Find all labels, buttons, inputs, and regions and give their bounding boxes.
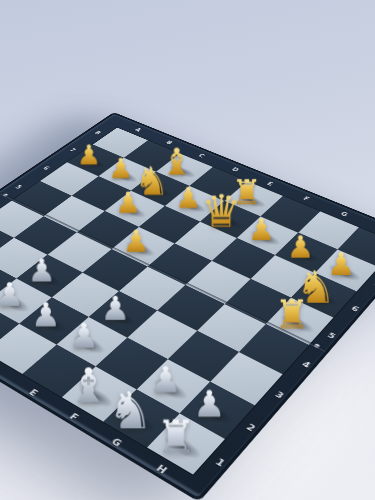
rank-label-right-1: 1: [214, 457, 228, 469]
rank-label-right-5: 5: [326, 331, 338, 340]
piece-silver-pawn[interactable]: ♟: [69, 319, 100, 353]
rank-label-left-8: 8: [93, 130, 102, 135]
piece-silver-knight[interactable]: ♞: [107, 385, 153, 436]
piece-silver-pawn[interactable]: ♟: [0, 279, 24, 312]
product-photo-scene: ♝♜♟♟♞♟♛♟♟♟♟♞♟♜♟♟♟♟♟♟♟♝♞♜ AABBCCDDEEFFGGH…: [0, 0, 375, 500]
square-d4[interactable]: [83, 249, 148, 291]
file-label-front-d: D: [0, 365, 2, 375]
piece-silver-pawn[interactable]: ♟: [194, 386, 227, 423]
rank-label-right-2: 2: [244, 422, 257, 433]
rank-label-right-6: 6: [350, 305, 361, 314]
rank-label-left-5: 5: [14, 184, 24, 190]
file-label-back-f: F: [302, 196, 311, 202]
piece-gold-pawn[interactable]: ♟: [123, 226, 150, 257]
piece-gold-pawn[interactable]: ♟: [176, 184, 202, 213]
piece-silver-pawn[interactable]: ♟: [31, 298, 61, 331]
piece-gold-pawn[interactable]: ♟: [287, 231, 315, 262]
piece-anchor-c3: ♟: [17, 255, 83, 298]
piece-gold-pawn[interactable]: ♟: [115, 188, 141, 217]
file-label-back-a: A: [134, 127, 143, 132]
file-label-front-g: G: [109, 437, 124, 449]
file-label-front-e: E: [27, 388, 40, 398]
file-label-front-f: F: [67, 412, 81, 423]
piece-silver-bishop[interactable]: ♝: [67, 362, 110, 410]
piece-gold-queen[interactable]: ♛: [201, 188, 241, 233]
file-label-front-h: H: [154, 463, 169, 476]
piece-gold-pawn[interactable]: ♟: [248, 215, 275, 245]
piece-silver-pawn[interactable]: ♟: [150, 362, 182, 398]
square-c3[interactable]: ♟: [17, 255, 83, 298]
file-label-back-g: G: [339, 211, 349, 218]
piece-gold-rook[interactable]: ♜: [275, 294, 311, 334]
piece-silver-pawn[interactable]: ♟: [101, 292, 131, 325]
square-e5[interactable]: [148, 244, 212, 285]
piece-silver-pawn[interactable]: ♟: [28, 254, 56, 286]
rank-label-right-3: 3: [273, 390, 286, 400]
rank-label-left-6: 6: [42, 165, 51, 170]
piece-gold-pawn[interactable]: ♟: [77, 141, 102, 168]
piece-gold-pawn[interactable]: ♟: [109, 155, 134, 183]
piece-silver-rook[interactable]: ♜: [156, 414, 197, 459]
file-label-back-c: C: [197, 153, 206, 158]
file-label-back-e: E: [266, 181, 275, 187]
rank-label-right-4: 4: [300, 360, 312, 370]
